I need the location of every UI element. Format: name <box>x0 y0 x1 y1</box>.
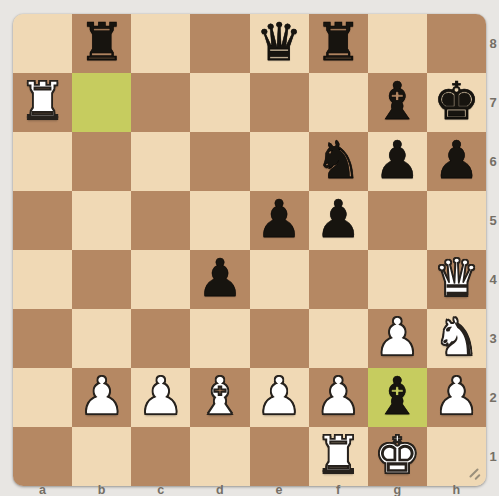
square-e4[interactable] <box>250 250 309 309</box>
rank-label-4: 4 <box>487 250 499 309</box>
square-h4[interactable]: ♛ <box>427 250 486 309</box>
square-g8[interactable] <box>368 14 427 73</box>
white-pawn-b2[interactable]: ♟ <box>78 370 125 422</box>
white-pawn-g3[interactable]: ♟ <box>374 311 421 363</box>
black-queen-e8[interactable]: ♛ <box>256 16 303 68</box>
square-h6[interactable]: ♟ <box>427 132 486 191</box>
square-b4[interactable] <box>72 250 131 309</box>
square-b5[interactable] <box>72 191 131 250</box>
square-b2[interactable]: ♟ <box>72 368 131 427</box>
rank-label-7: 7 <box>487 73 499 132</box>
square-e5[interactable]: ♟ <box>250 191 309 250</box>
square-h5[interactable] <box>427 191 486 250</box>
square-d8[interactable] <box>190 14 249 73</box>
white-rook-a7[interactable]: ♜ <box>19 75 66 127</box>
square-f3[interactable] <box>309 309 368 368</box>
square-a8[interactable] <box>13 14 72 73</box>
square-c1[interactable] <box>131 427 190 486</box>
board-resize-handle-icon[interactable] <box>465 465 481 481</box>
square-g5[interactable] <box>368 191 427 250</box>
square-g3[interactable]: ♟ <box>368 309 427 368</box>
square-h8[interactable] <box>427 14 486 73</box>
black-pawn-e5[interactable]: ♟ <box>256 193 303 245</box>
square-e2[interactable]: ♟ <box>250 368 309 427</box>
square-f8[interactable]: ♜ <box>309 14 368 73</box>
file-label-g: g <box>368 485 427 496</box>
square-e1[interactable] <box>250 427 309 486</box>
square-b7[interactable] <box>72 73 131 132</box>
square-a6[interactable] <box>13 132 72 191</box>
square-g4[interactable] <box>368 250 427 309</box>
white-king-g1[interactable]: ♚ <box>374 429 421 481</box>
file-label-a: a <box>13 485 72 496</box>
square-e8[interactable]: ♛ <box>250 14 309 73</box>
square-e7[interactable] <box>250 73 309 132</box>
file-label-c: c <box>131 485 190 496</box>
chess-board: ♜♛♜♜♝♚♞♟♟♟♟♟♛♟♞♟♟♝♟♟♝♟♜♚ <box>13 14 486 486</box>
square-c5[interactable] <box>131 191 190 250</box>
black-bishop-g2[interactable]: ♝ <box>374 370 421 422</box>
square-c8[interactable] <box>131 14 190 73</box>
square-d6[interactable] <box>190 132 249 191</box>
square-e6[interactable] <box>250 132 309 191</box>
rank-label-8: 8 <box>487 14 499 73</box>
black-pawn-d4[interactable]: ♟ <box>197 252 244 304</box>
square-c6[interactable] <box>131 132 190 191</box>
square-e3[interactable] <box>250 309 309 368</box>
white-knight-h3[interactable]: ♞ <box>433 311 480 363</box>
square-h7[interactable]: ♚ <box>427 73 486 132</box>
white-pawn-h2[interactable]: ♟ <box>433 370 480 422</box>
square-f6[interactable]: ♞ <box>309 132 368 191</box>
square-b6[interactable] <box>72 132 131 191</box>
square-b8[interactable]: ♜ <box>72 14 131 73</box>
square-g1[interactable]: ♚ <box>368 427 427 486</box>
file-label-d: d <box>190 485 249 496</box>
file-label-e: e <box>250 485 309 496</box>
rank-label-5: 5 <box>487 191 499 250</box>
white-pawn-c2[interactable]: ♟ <box>138 370 185 422</box>
black-pawn-h6[interactable]: ♟ <box>433 134 480 186</box>
square-b1[interactable] <box>72 427 131 486</box>
file-label-h: h <box>427 485 486 496</box>
square-g7[interactable]: ♝ <box>368 73 427 132</box>
black-king-h7[interactable]: ♚ <box>433 75 480 127</box>
white-rook-f1[interactable]: ♜ <box>315 429 362 481</box>
rank-label-1: 1 <box>487 427 499 486</box>
square-d1[interactable] <box>190 427 249 486</box>
square-c2[interactable]: ♟ <box>131 368 190 427</box>
white-queen-h4[interactable]: ♛ <box>433 252 480 304</box>
black-pawn-f5[interactable]: ♟ <box>315 193 362 245</box>
square-g6[interactable]: ♟ <box>368 132 427 191</box>
square-f5[interactable]: ♟ <box>309 191 368 250</box>
square-g2[interactable]: ♝ <box>368 368 427 427</box>
square-a5[interactable] <box>13 191 72 250</box>
square-f1[interactable]: ♜ <box>309 427 368 486</box>
white-pawn-f2[interactable]: ♟ <box>315 370 362 422</box>
square-c3[interactable] <box>131 309 190 368</box>
rank-label-2: 2 <box>487 368 499 427</box>
square-a4[interactable] <box>13 250 72 309</box>
square-d3[interactable] <box>190 309 249 368</box>
rank-label-6: 6 <box>487 132 499 191</box>
file-label-f: f <box>309 485 368 496</box>
rank-label-3: 3 <box>487 309 499 368</box>
square-d4[interactable]: ♟ <box>190 250 249 309</box>
square-c4[interactable] <box>131 250 190 309</box>
black-pawn-g6[interactable]: ♟ <box>374 134 421 186</box>
square-f4[interactable] <box>309 250 368 309</box>
white-pawn-e2[interactable]: ♟ <box>256 370 303 422</box>
square-b3[interactable] <box>72 309 131 368</box>
square-h2[interactable]: ♟ <box>427 368 486 427</box>
file-label-b: b <box>72 485 131 496</box>
white-bishop-d2[interactable]: ♝ <box>197 370 244 422</box>
square-a3[interactable] <box>13 309 72 368</box>
square-a1[interactable] <box>13 427 72 486</box>
black-rook-f8[interactable]: ♜ <box>315 16 362 68</box>
square-d5[interactable] <box>190 191 249 250</box>
square-d7[interactable] <box>190 73 249 132</box>
resize-grip-line <box>474 474 480 480</box>
square-f7[interactable] <box>309 73 368 132</box>
black-knight-f6[interactable]: ♞ <box>315 134 362 186</box>
square-d2[interactable]: ♝ <box>190 368 249 427</box>
chess-app: ♜♛♜♜♝♚♞♟♟♟♟♟♛♟♞♟♟♝♟♟♝♟♜♚ 87654321abcdefg… <box>0 0 499 496</box>
square-f2[interactable]: ♟ <box>309 368 368 427</box>
black-rook-b8[interactable]: ♜ <box>78 16 125 68</box>
square-a7[interactable]: ♜ <box>13 73 72 132</box>
square-h3[interactable]: ♞ <box>427 309 486 368</box>
black-bishop-g7[interactable]: ♝ <box>374 75 421 127</box>
square-c7[interactable] <box>131 73 190 132</box>
square-a2[interactable] <box>13 368 72 427</box>
